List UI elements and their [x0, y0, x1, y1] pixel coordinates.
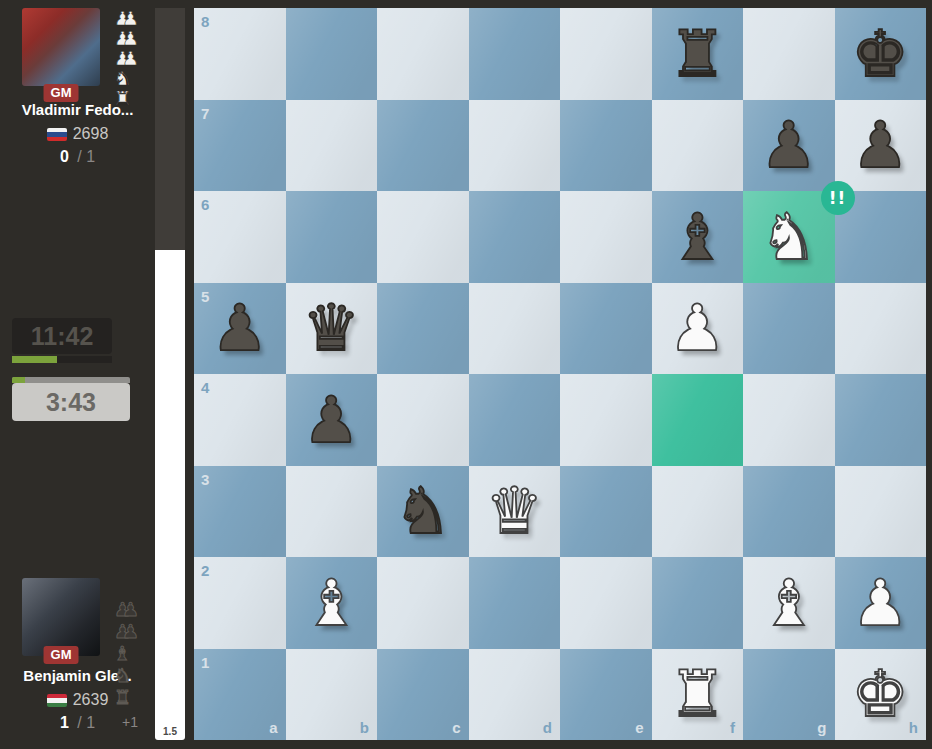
square-a4[interactable]: 4 — [194, 374, 286, 466]
piece-black-pawn[interactable]: ♟ — [286, 374, 378, 466]
square-d5[interactable] — [469, 283, 561, 375]
square-d3[interactable]: ♛ — [469, 466, 561, 558]
piece-black-knight[interactable]: ♞ — [377, 466, 469, 558]
material-advantage-label: +1 — [110, 714, 150, 730]
bottom-player-rating: 2639 — [73, 691, 109, 709]
bottom-player-avatar — [22, 578, 100, 656]
square-c8[interactable] — [377, 8, 469, 100]
players-sidebar: GM Vladimir Fedo... 2698 0 / 1 ♟♟♟♟♟♟♞♜ … — [0, 0, 155, 749]
square-g7[interactable]: ♟ — [743, 100, 835, 192]
file-label-a: a — [269, 719, 277, 736]
square-f1[interactable]: f♜ — [652, 649, 744, 741]
square-e7[interactable] — [560, 100, 652, 192]
captured-pawns-icon: ♟♟ — [114, 620, 139, 642]
square-b7[interactable] — [286, 100, 378, 192]
square-c4[interactable] — [377, 374, 469, 466]
top-score-total: / 1 — [77, 148, 95, 165]
top-player-rating-row: 2698 — [0, 125, 155, 143]
square-a8[interactable]: 8 — [194, 8, 286, 100]
top-time-bar-fill — [12, 356, 57, 363]
captured-pawns-icon: ♟♟ — [114, 28, 139, 48]
square-a6[interactable]: 6 — [194, 191, 286, 283]
captured-bishop-icon: ♝ — [114, 642, 139, 664]
captured-knight-icon: ♞ — [114, 68, 139, 88]
captured-pawns-icon: ♟♟ — [114, 48, 139, 68]
square-g6[interactable]: ♞!! — [743, 191, 835, 283]
file-label-e: e — [635, 719, 643, 736]
square-g2[interactable]: ♝ — [743, 557, 835, 649]
square-e8[interactable] — [560, 8, 652, 100]
hungary-flag-icon — [47, 694, 67, 707]
square-d8[interactable] — [469, 8, 561, 100]
chess-board[interactable]: 8♜♚7♟♟6♝♞!!5♟♛♟4♟3♞♛2♝♝♟1abcdef♜gh♚ — [194, 8, 926, 740]
captured-pawns-icon: ♟♟ — [114, 8, 139, 28]
piece-white-king[interactable]: ♚ — [835, 649, 927, 741]
square-d2[interactable] — [469, 557, 561, 649]
square-c3[interactable]: ♞ — [377, 466, 469, 558]
square-a2[interactable]: 2 — [194, 557, 286, 649]
square-f5[interactable]: ♟ — [652, 283, 744, 375]
file-label-g: g — [817, 719, 826, 736]
square-c5[interactable] — [377, 283, 469, 375]
top-player-captured-tray: ♟♟♟♟♟♟♞♜ — [114, 8, 139, 108]
rank-label-4: 4 — [201, 379, 209, 396]
square-f6[interactable]: ♝ — [652, 191, 744, 283]
square-b6[interactable] — [286, 191, 378, 283]
rank-label-7: 7 — [201, 105, 209, 122]
file-label-b: b — [360, 719, 369, 736]
square-h3[interactable] — [835, 466, 927, 558]
piece-black-queen[interactable]: ♛ — [286, 283, 378, 375]
piece-white-bishop[interactable]: ♝ — [743, 557, 835, 649]
square-f2[interactable] — [652, 557, 744, 649]
square-h7[interactable]: ♟ — [835, 100, 927, 192]
captured-rook-icon: ♜ — [114, 686, 139, 708]
square-e2[interactable] — [560, 557, 652, 649]
square-f7[interactable] — [652, 100, 744, 192]
square-e4[interactable] — [560, 374, 652, 466]
rank-label-1: 1 — [201, 654, 209, 671]
piece-black-bishop[interactable]: ♝ — [652, 191, 744, 283]
square-e6[interactable] — [560, 191, 652, 283]
square-e5[interactable] — [560, 283, 652, 375]
piece-white-rook[interactable]: ♜ — [652, 649, 744, 741]
piece-black-king[interactable]: ♚ — [835, 8, 927, 100]
square-f4[interactable] — [652, 374, 744, 466]
square-e1[interactable]: e — [560, 649, 652, 741]
square-b5[interactable]: ♛ — [286, 283, 378, 375]
evaluation-bar-black-portion — [155, 8, 185, 250]
piece-white-pawn[interactable]: ♟ — [835, 557, 927, 649]
square-g5[interactable] — [743, 283, 835, 375]
square-h4[interactable] — [835, 374, 927, 466]
piece-black-pawn[interactable]: ♟ — [194, 283, 286, 375]
rank-label-8: 8 — [201, 13, 209, 30]
file-label-d: d — [543, 719, 552, 736]
piece-black-pawn[interactable]: ♟ — [835, 100, 927, 192]
top-player-time-bar — [12, 356, 112, 363]
piece-white-pawn[interactable]: ♟ — [652, 283, 744, 375]
move-annotation-badge: !! — [821, 181, 855, 215]
piece-white-knight[interactable]: ♞ — [743, 191, 835, 283]
square-b2[interactable]: ♝ — [286, 557, 378, 649]
square-d1[interactable]: d — [469, 649, 561, 741]
square-h1[interactable]: h♚ — [835, 649, 927, 741]
captured-knight-icon: ♞ — [114, 664, 139, 686]
bottom-score-value: 1 — [60, 714, 69, 731]
square-b8[interactable] — [286, 8, 378, 100]
square-b3[interactable] — [286, 466, 378, 558]
top-player-avatar — [22, 8, 100, 86]
bottom-player-clock: 3:43 — [12, 383, 130, 421]
square-a1[interactable]: 1a — [194, 649, 286, 741]
square-h2[interactable]: ♟ — [835, 557, 927, 649]
square-g4[interactable] — [743, 374, 835, 466]
square-c6[interactable] — [377, 191, 469, 283]
square-d6[interactable] — [469, 191, 561, 283]
top-player-title-badge: GM — [44, 84, 79, 102]
top-player-clock: 11:42 — [12, 318, 112, 354]
bottom-player-captured-tray: ♟♟♟♟♝♞♜ — [114, 598, 139, 708]
bottom-score-total: / 1 — [77, 714, 95, 731]
top-player-rating: 2698 — [73, 125, 109, 143]
square-c1[interactable]: c — [377, 649, 469, 741]
square-c2[interactable] — [377, 557, 469, 649]
square-g8[interactable] — [743, 8, 835, 100]
evaluation-bar: 1.5 — [155, 8, 185, 740]
square-a5[interactable]: 5♟ — [194, 283, 286, 375]
square-c7[interactable] — [377, 100, 469, 192]
rank-label-6: 6 — [201, 196, 209, 213]
square-b1[interactable]: b — [286, 649, 378, 741]
slovenia-flag-icon — [47, 128, 67, 141]
game-screen: GM Vladimir Fedo... 2698 0 / 1 ♟♟♟♟♟♟♞♜ … — [0, 0, 932, 749]
captured-rook-icon: ♜ — [114, 88, 139, 108]
square-h8[interactable]: ♚ — [835, 8, 927, 100]
square-a7[interactable]: 7 — [194, 100, 286, 192]
square-d7[interactable] — [469, 100, 561, 192]
captured-pawns-icon: ♟♟ — [114, 598, 139, 620]
file-label-c: c — [452, 719, 460, 736]
square-e3[interactable] — [560, 466, 652, 558]
square-f8[interactable]: ♜ — [652, 8, 744, 100]
square-g1[interactable]: g — [743, 649, 835, 741]
evaluation-value: 1.5 — [155, 726, 185, 737]
piece-black-rook[interactable]: ♜ — [652, 8, 744, 100]
square-f3[interactable] — [652, 466, 744, 558]
square-a3[interactable]: 3 — [194, 466, 286, 558]
square-h5[interactable] — [835, 283, 927, 375]
piece-white-queen[interactable]: ♛ — [469, 466, 561, 558]
square-b4[interactable]: ♟ — [286, 374, 378, 466]
rank-label-3: 3 — [201, 471, 209, 488]
square-d4[interactable] — [469, 374, 561, 466]
bottom-player-title-badge: GM — [44, 646, 79, 664]
top-score-value: 0 — [60, 148, 69, 165]
piece-white-bishop[interactable]: ♝ — [286, 557, 378, 649]
top-player-score: 0 / 1 — [0, 148, 155, 166]
piece-black-pawn[interactable]: ♟ — [743, 100, 835, 192]
square-g3[interactable] — [743, 466, 835, 558]
rank-label-2: 2 — [201, 562, 209, 579]
